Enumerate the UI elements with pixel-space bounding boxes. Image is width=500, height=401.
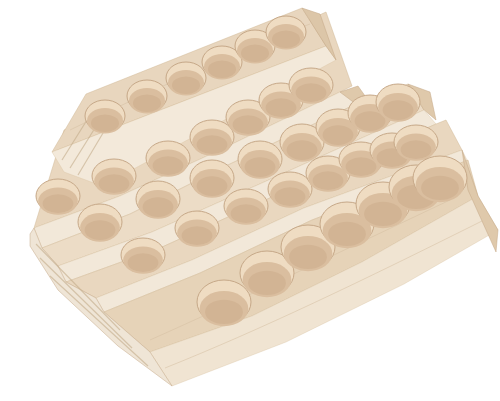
display-stand-illustration	[0, 0, 500, 401]
bottle-hole-row2	[190, 120, 234, 156]
bottle-hole-row1	[166, 62, 206, 96]
bottle-hole-row3	[136, 181, 180, 219]
bottle-hole-row1	[127, 80, 167, 114]
bottle-hole-row5	[413, 156, 467, 202]
bottle-hole-row4	[121, 238, 165, 274]
bottle-hole-row4	[224, 189, 268, 225]
bottle-hole-row2	[36, 179, 80, 215]
bottle-hole-row4	[394, 125, 438, 161]
bottle-hole-row1	[266, 16, 306, 50]
bottle-hole-row4	[175, 211, 219, 247]
bottle-hole-row3	[376, 84, 420, 122]
bottle-hole-row3	[78, 204, 122, 242]
product-photo	[0, 0, 500, 401]
bottle-hole-row4	[268, 172, 312, 208]
bottle-hole-row3	[190, 160, 234, 198]
bottle-hole-row1	[85, 100, 125, 134]
bottle-hole-row2	[92, 159, 136, 195]
bottle-hole-row3	[238, 141, 282, 179]
bottle-hole-row2	[146, 141, 190, 177]
bottle-hole-row5	[197, 280, 251, 326]
bottle-hole-row2	[289, 68, 333, 104]
